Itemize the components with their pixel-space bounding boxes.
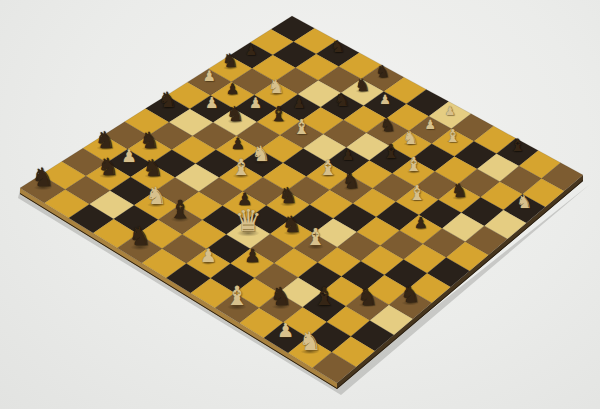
piece-light-knight-r3c2[interactable]: ♞ bbox=[268, 78, 285, 97]
piece-dark-knight-r0c4[interactable]: ♞ bbox=[375, 64, 390, 80]
piece-dark-bishop-r3c7[interactable]: ♝ bbox=[382, 142, 400, 162]
piece-light-bishop-r1c8[interactable]: ♝ bbox=[445, 127, 461, 145]
piece-light-bishop-r3c8[interactable]: ♝ bbox=[405, 155, 423, 175]
piece-dark-bishop-r4c3[interactable]: ♝ bbox=[269, 103, 287, 123]
piece-dark-knight-r1c4[interactable]: ♞ bbox=[355, 77, 370, 94]
piece-dark-knight-r12c4[interactable]: ♞ bbox=[128, 225, 151, 251]
piece-dark-bishop-r10c4[interactable]: ♝ bbox=[169, 197, 192, 222]
piece-dark-knight-r7c6[interactable]: ♞ bbox=[278, 185, 298, 207]
piece-dark-knight-r8c7[interactable]: ♞ bbox=[282, 213, 302, 236]
piece-light-pawn-r0c7[interactable]: ♟ bbox=[445, 105, 456, 117]
piece-dark-knight-r10c1[interactable]: ♞ bbox=[98, 155, 120, 179]
piece-light-pawn-r9c1[interactable]: ♟ bbox=[121, 148, 137, 165]
piece-light-bishop-r5c6[interactable]: ♝ bbox=[318, 157, 337, 178]
piece-light-knight-r2c7[interactable]: ♞ bbox=[402, 129, 418, 147]
piece-dark-bishop-r0c10[interactable]: ♝ bbox=[510, 137, 525, 154]
piece-light-bishop-r12c8[interactable]: ♝ bbox=[225, 283, 249, 310]
piece-dark-pawn-r2c0[interactable]: ♟ bbox=[245, 44, 257, 57]
piece-light-knight-r2c12[interactable]: ♞ bbox=[516, 193, 532, 211]
piece-dark-knight-r3c10[interactable]: ♞ bbox=[451, 182, 468, 201]
piece-dark-pawn-r4c1[interactable]: ♟ bbox=[226, 83, 239, 98]
piece-light-queen-r9c6[interactable]: ♛ bbox=[235, 206, 262, 236]
piece-dark-pawn-r10c7[interactable]: ♟ bbox=[244, 247, 260, 265]
piece-dark-pawn-r5c10[interactable]: ♟ bbox=[414, 216, 428, 231]
piece-dark-knight-r0c2[interactable]: ♞ bbox=[330, 39, 345, 55]
piece-light-pawn-r4c2[interactable]: ♟ bbox=[249, 96, 262, 111]
piece-dark-knight-r3c0[interactable]: ♞ bbox=[222, 52, 239, 71]
piece-dark-knight-r6c0[interactable]: ♞ bbox=[158, 90, 177, 111]
piece-dark-knight-r5c2[interactable]: ♞ bbox=[226, 104, 244, 124]
piece-light-bishop-r4c9[interactable]: ♝ bbox=[408, 182, 426, 202]
piece-light-pawn-r1c7[interactable]: ♟ bbox=[424, 119, 436, 132]
piece-dark-knight-r2c4[interactable]: ♞ bbox=[334, 91, 350, 109]
piece-dark-pawn-r6c3[interactable]: ♟ bbox=[231, 136, 245, 152]
piece-dark-knight-r11c9[interactable]: ♞ bbox=[270, 285, 292, 310]
piece-dark-knight-r9c2[interactable]: ♞ bbox=[142, 156, 163, 179]
piece-light-knight-r6c4[interactable]: ♞ bbox=[252, 144, 271, 165]
piece-light-bishop-r4c4[interactable]: ♝ bbox=[293, 116, 311, 136]
piece-light-pawn-r12c10[interactable]: ♟ bbox=[277, 321, 294, 340]
photo-scene: ♞♞♟♝♞♟♟♝♟♞♞♞♞♞♞♟♝♝♞♟♟♟♝♝♟♝♟♞♝♞♟♞♟♞♝♞♞♟♞♝… bbox=[0, 0, 600, 409]
piece-light-knight-r12c11[interactable]: ♞ bbox=[299, 329, 322, 355]
piece-light-pawn-r4c0[interactable]: ♟ bbox=[203, 70, 216, 85]
piece-light-pawn-r1c5[interactable]: ♟ bbox=[379, 94, 391, 107]
piece-dark-pawn-r4c6[interactable]: ♟ bbox=[341, 149, 354, 164]
piece-dark-knight-r8c1[interactable]: ♞ bbox=[140, 129, 160, 152]
piece-light-bishop-r7c4[interactable]: ♝ bbox=[231, 157, 251, 180]
piece-dark-bishop-r10c10[interactable]: ♝ bbox=[313, 284, 336, 309]
piece-light-pawn-r11c6[interactable]: ♟ bbox=[200, 247, 217, 266]
piece-light-knight-r10c3[interactable]: ♞ bbox=[146, 183, 168, 207]
piece-dark-knight-r5c7[interactable]: ♞ bbox=[342, 171, 360, 191]
piece-light-pawn-r5c1[interactable]: ♟ bbox=[205, 96, 219, 111]
piece-dark-knight-r8c12[interactable]: ♞ bbox=[400, 283, 420, 306]
piece-dark-knight-r12c0[interactable]: ♞ bbox=[31, 165, 54, 191]
piece-light-bishop-r8c8[interactable]: ♝ bbox=[305, 226, 326, 250]
piece-dark-knight-r9c11[interactable]: ♞ bbox=[357, 284, 378, 307]
piece-dark-pawn-r3c3[interactable]: ♟ bbox=[293, 96, 306, 110]
piece-dark-knight-r9c0[interactable]: ♞ bbox=[95, 128, 116, 151]
piece-dark-knight-r2c6[interactable]: ♞ bbox=[380, 116, 396, 134]
